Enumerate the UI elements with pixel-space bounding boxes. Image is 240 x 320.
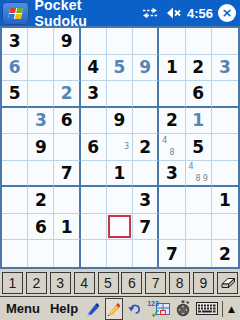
cell-r7c8[interactable] bbox=[186, 187, 212, 214]
cell-r2c1[interactable]: 6 bbox=[2, 55, 28, 82]
given-digit: 3 bbox=[139, 190, 151, 210]
cell-r3c1[interactable]: 5 bbox=[2, 81, 28, 108]
pocket-pc-screen: Pocket Sudoku 4:56 × 3964591 bbox=[0, 0, 240, 320]
given-digit: 1 bbox=[114, 163, 126, 183]
cell-r6c5[interactable]: 1 bbox=[107, 161, 133, 188]
eraser-icon bbox=[219, 276, 236, 290]
cell-r3c7[interactable] bbox=[159, 81, 185, 108]
pencil-button-selected[interactable] bbox=[105, 298, 123, 320]
cell-r3c4[interactable]: 3 bbox=[81, 81, 107, 108]
cell-r8c7[interactable] bbox=[159, 214, 185, 241]
given-digit: 6 bbox=[87, 137, 99, 157]
given-digit: 2 bbox=[219, 244, 231, 264]
cell-r1c5[interactable] bbox=[107, 28, 133, 55]
given-digit: 7 bbox=[61, 163, 73, 183]
given-digit: 6 bbox=[192, 83, 204, 103]
cell-r4c2[interactable]: 3 bbox=[28, 108, 54, 135]
given-digit: 4 bbox=[87, 57, 99, 77]
cell-r6c6[interactable] bbox=[133, 161, 159, 188]
given-digit: 7 bbox=[166, 244, 178, 264]
windows-start-button[interactable] bbox=[2, 2, 29, 25]
cell-r6c9[interactable] bbox=[212, 161, 238, 188]
user-digit: 3 bbox=[35, 110, 47, 130]
app-title: Pocket Sudoku bbox=[34, 0, 136, 29]
cell-r6c1[interactable] bbox=[2, 161, 28, 188]
cell-r7c7[interactable] bbox=[159, 187, 185, 214]
given-digit: 2 bbox=[139, 137, 151, 157]
cell-r9c6[interactable] bbox=[133, 240, 159, 267]
cell-r5c5[interactable]: 3 bbox=[107, 134, 133, 161]
cell-r8c8[interactable] bbox=[186, 214, 212, 241]
cell-r2c4[interactable]: 4 bbox=[81, 55, 107, 82]
cell-r4c6[interactable] bbox=[133, 108, 159, 135]
undo-button[interactable] bbox=[127, 299, 143, 318]
numpad-button-9[interactable]: 9 bbox=[193, 272, 214, 294]
user-digit: 6 bbox=[9, 57, 21, 77]
title-bar: Pocket Sudoku 4:56 × bbox=[0, 0, 240, 26]
cell-r1c4[interactable] bbox=[81, 28, 107, 55]
cell-r9c1[interactable] bbox=[2, 240, 28, 267]
cell-r4c4[interactable] bbox=[81, 108, 107, 135]
numpad-button-3[interactable]: 3 bbox=[50, 272, 71, 294]
cell-r2c9[interactable]: 3 bbox=[212, 55, 238, 82]
given-digit: 3 bbox=[87, 83, 99, 103]
cell-r2c2[interactable] bbox=[28, 55, 54, 82]
volume-muted-icon[interactable] bbox=[164, 4, 182, 23]
cell-r8c4[interactable] bbox=[81, 214, 107, 241]
selected-cell-outline bbox=[108, 215, 131, 239]
keyboard-icon bbox=[196, 302, 218, 315]
cell-r1c3[interactable]: 9 bbox=[54, 28, 80, 55]
cell-r8c3[interactable]: 1 bbox=[54, 214, 80, 241]
windows-flag-icon bbox=[8, 8, 23, 19]
user-digit: 1 bbox=[192, 110, 204, 130]
pen-icon bbox=[85, 301, 101, 317]
pencil-marks: 3 bbox=[109, 135, 130, 159]
user-digit: 9 bbox=[139, 57, 151, 77]
cell-r5c7[interactable]: 48 bbox=[159, 134, 185, 161]
cell-r9c7[interactable]: 7 bbox=[159, 240, 185, 267]
cell-r5c6[interactable]: 2 bbox=[133, 134, 159, 161]
cell-r9c2[interactable] bbox=[28, 240, 54, 267]
divider bbox=[222, 301, 223, 317]
cell-r4c5[interactable]: 9 bbox=[107, 108, 133, 135]
cell-r3c5[interactable] bbox=[107, 81, 133, 108]
sync-arrows-icon[interactable] bbox=[141, 4, 159, 23]
cell-r6c4[interactable] bbox=[81, 161, 107, 188]
given-digit: 1 bbox=[61, 217, 73, 237]
cell-r3c9[interactable] bbox=[212, 81, 238, 108]
candidates-check-button[interactable]: 123 ✓ bbox=[147, 300, 151, 318]
cell-r6c3[interactable]: 7 bbox=[54, 161, 80, 188]
help-button[interactable]: Help bbox=[47, 301, 81, 316]
cell-r3c8[interactable]: 6 bbox=[186, 81, 212, 108]
cell-r3c2[interactable] bbox=[28, 81, 54, 108]
cell-r8c6[interactable]: 7 bbox=[133, 214, 159, 241]
sudoku-board: 396459123523636921963248571348923161772 bbox=[0, 26, 240, 269]
cell-r6c2[interactable] bbox=[28, 161, 54, 188]
cell-r2c8[interactable]: 2 bbox=[186, 55, 212, 82]
cell-r1c8[interactable] bbox=[186, 28, 212, 55]
given-digit: 6 bbox=[61, 110, 73, 130]
cell-r9c8[interactable] bbox=[186, 240, 212, 267]
given-digit: 1 bbox=[166, 57, 178, 77]
cell-r7c4[interactable] bbox=[81, 187, 107, 214]
cell-r7c9[interactable]: 1 bbox=[212, 187, 238, 214]
keyboard-button[interactable] bbox=[195, 299, 219, 318]
menu-button[interactable]: Menu bbox=[3, 301, 43, 316]
given-digit: 3 bbox=[166, 163, 178, 183]
cell-r2c6[interactable]: 9 bbox=[133, 55, 159, 82]
cell-r2c3[interactable] bbox=[54, 55, 80, 82]
cell-r3c3[interactable]: 2 bbox=[54, 81, 80, 108]
numpad-button-7[interactable]: 7 bbox=[145, 272, 166, 294]
cell-r4c9[interactable] bbox=[212, 108, 238, 135]
given-digit: 2 bbox=[192, 57, 204, 77]
cell-r5c2[interactable]: 9 bbox=[28, 134, 54, 161]
cell-r8c9[interactable] bbox=[212, 214, 238, 241]
cell-r4c3[interactable]: 6 bbox=[54, 108, 80, 135]
numpad-button-2[interactable]: 2 bbox=[26, 272, 47, 294]
numpad-button-6[interactable]: 6 bbox=[121, 272, 142, 294]
cell-r9c4[interactable] bbox=[81, 240, 107, 267]
given-digit: 9 bbox=[35, 137, 47, 157]
pen-button[interactable] bbox=[85, 299, 101, 318]
user-digit: 3 bbox=[219, 57, 231, 77]
given-digit: 3 bbox=[9, 31, 21, 51]
undo-icon bbox=[127, 302, 143, 316]
cell-r2c5[interactable]: 5 bbox=[107, 55, 133, 82]
cell-r5c8[interactable]: 5 bbox=[186, 134, 212, 161]
cell-r7c1[interactable] bbox=[2, 187, 28, 214]
given-digit: 5 bbox=[192, 137, 204, 157]
given-digit: 6 bbox=[35, 217, 47, 237]
cell-r8c5[interactable] bbox=[107, 214, 133, 241]
close-button[interactable]: × bbox=[218, 4, 236, 22]
cell-r7c6[interactable]: 3 bbox=[133, 187, 159, 214]
cell-r5c4[interactable]: 6 bbox=[81, 134, 107, 161]
pencil-marks: 48 bbox=[161, 135, 182, 159]
given-digit: 5 bbox=[9, 83, 21, 103]
menu-bar: Menu Help 123 ✓ bbox=[0, 296, 240, 320]
given-digit: 9 bbox=[114, 110, 126, 130]
cell-r7c2[interactable]: 2 bbox=[28, 187, 54, 214]
numpad-button-5[interactable]: 5 bbox=[98, 272, 119, 294]
cell-r9c3[interactable] bbox=[54, 240, 80, 267]
cell-r4c1[interactable] bbox=[2, 108, 28, 135]
given-digit: 2 bbox=[166, 110, 178, 130]
cell-r6c8[interactable]: 489 bbox=[186, 161, 212, 188]
cell-r4c8[interactable]: 1 bbox=[186, 108, 212, 135]
cell-r1c7[interactable] bbox=[159, 28, 185, 55]
number-pad: 123456789 bbox=[0, 269, 240, 296]
cell-r3c6[interactable] bbox=[133, 81, 159, 108]
given-digit: 1 bbox=[219, 190, 231, 210]
stopwatch-button[interactable] bbox=[175, 299, 191, 318]
clock[interactable]: 4:56 bbox=[187, 6, 213, 21]
numpad-button-4[interactable]: 4 bbox=[74, 272, 95, 294]
given-digit: 2 bbox=[35, 190, 47, 210]
cell-r7c5[interactable] bbox=[107, 187, 133, 214]
cell-r9c5[interactable] bbox=[107, 240, 133, 267]
sip-up-arrow-button[interactable]: ▲ bbox=[226, 304, 237, 314]
cell-r2c7[interactable]: 1 bbox=[159, 55, 185, 82]
cell-r8c1[interactable] bbox=[2, 214, 28, 241]
cell-r1c9[interactable] bbox=[212, 28, 238, 55]
cell-r1c2[interactable] bbox=[28, 28, 54, 55]
numpad-button-8[interactable]: 8 bbox=[169, 272, 190, 294]
cell-r5c9[interactable] bbox=[212, 134, 238, 161]
cell-r5c1[interactable] bbox=[2, 134, 28, 161]
cell-r5c3[interactable] bbox=[54, 134, 80, 161]
user-digit: 5 bbox=[114, 57, 126, 77]
user-digit: 2 bbox=[61, 83, 73, 103]
given-digit: 9 bbox=[61, 31, 73, 51]
cell-r4c7[interactable]: 2 bbox=[159, 108, 185, 135]
cell-r7c3[interactable] bbox=[54, 187, 80, 214]
cell-r9c9[interactable]: 2 bbox=[212, 240, 238, 267]
numpad-button-1[interactable]: 1 bbox=[2, 272, 23, 294]
cell-r6c7[interactable]: 3 bbox=[159, 161, 185, 188]
stopwatch-icon bbox=[175, 300, 191, 317]
cell-r8c2[interactable]: 6 bbox=[28, 214, 54, 241]
given-digit: 7 bbox=[139, 217, 151, 237]
cell-r1c1[interactable]: 3 bbox=[2, 28, 28, 55]
pencil-icon bbox=[106, 301, 122, 317]
eraser-button[interactable] bbox=[217, 272, 238, 294]
cell-r1c6[interactable] bbox=[133, 28, 159, 55]
pencil-marks: 489 bbox=[188, 162, 209, 185]
